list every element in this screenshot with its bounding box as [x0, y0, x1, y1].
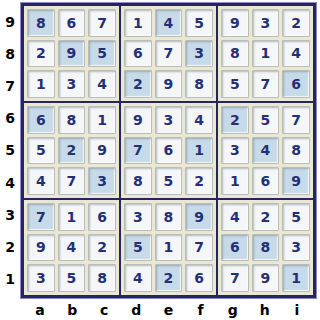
col-label-a: a: [24, 299, 56, 320]
box-6: 257348169: [218, 103, 313, 198]
cell-i2[interactable]: 3: [282, 234, 310, 262]
cell-e6[interactable]: 3: [155, 106, 183, 134]
cell-h2[interactable]: 8: [252, 234, 280, 262]
cell-g7[interactable]: 5: [221, 70, 249, 98]
cell-f1[interactable]: 6: [185, 264, 213, 292]
cell-b2[interactable]: 4: [58, 234, 86, 262]
cell-e2[interactable]: 1: [155, 234, 183, 262]
cell-h1[interactable]: 9: [252, 264, 280, 292]
col-label-b: b: [56, 299, 88, 320]
cell-i8[interactable]: 4: [282, 40, 310, 68]
cell-g3[interactable]: 4: [221, 203, 249, 231]
cell-g8[interactable]: 8: [221, 40, 249, 68]
cell-g1[interactable]: 7: [221, 264, 249, 292]
cell-a2[interactable]: 9: [27, 234, 55, 262]
box-3: 932814576: [218, 6, 313, 101]
cell-c4[interactable]: 3: [88, 167, 116, 195]
col-labels: abcdefghi: [24, 299, 313, 320]
box-9: 425683791: [218, 200, 313, 295]
cell-c7[interactable]: 4: [88, 70, 116, 98]
cell-h5[interactable]: 4: [252, 137, 280, 165]
cell-d9[interactable]: 1: [124, 9, 152, 37]
row-labels: 987654321: [0, 6, 20, 295]
cell-i4[interactable]: 9: [282, 167, 310, 195]
cell-d2[interactable]: 5: [124, 234, 152, 262]
cell-d8[interactable]: 6: [124, 40, 152, 68]
cell-b4[interactable]: 7: [58, 167, 86, 195]
cell-f9[interactable]: 5: [185, 9, 213, 37]
cell-b7[interactable]: 3: [58, 70, 86, 98]
col-label-e: e: [152, 299, 184, 320]
cell-i3[interactable]: 5: [282, 203, 310, 231]
row-label-4: 4: [0, 167, 20, 199]
cell-h7[interactable]: 7: [252, 70, 280, 98]
cell-h9[interactable]: 3: [252, 9, 280, 37]
col-label-c: c: [88, 299, 120, 320]
cell-d5[interactable]: 7: [124, 137, 152, 165]
cell-b3[interactable]: 1: [58, 203, 86, 231]
cell-h3[interactable]: 2: [252, 203, 280, 231]
cell-g6[interactable]: 2: [221, 106, 249, 134]
cell-b1[interactable]: 5: [58, 264, 86, 292]
cell-h6[interactable]: 5: [252, 106, 280, 134]
cell-c6[interactable]: 1: [88, 106, 116, 134]
cell-b8[interactable]: 9: [58, 40, 86, 68]
cell-e8[interactable]: 7: [155, 40, 183, 68]
cell-c9[interactable]: 7: [88, 9, 116, 37]
cell-i6[interactable]: 7: [282, 106, 310, 134]
cell-f8[interactable]: 3: [185, 40, 213, 68]
cell-e3[interactable]: 8: [155, 203, 183, 231]
cell-c5[interactable]: 9: [88, 137, 116, 165]
cell-g2[interactable]: 6: [221, 234, 249, 262]
box-8: 389517426: [121, 200, 216, 295]
cell-h8[interactable]: 1: [252, 40, 280, 68]
row-label-5: 5: [0, 134, 20, 166]
row-label-8: 8: [0, 38, 20, 70]
cell-c1[interactable]: 8: [88, 264, 116, 292]
col-label-i: i: [281, 299, 313, 320]
box-2: 145673298: [121, 6, 216, 101]
cell-d1[interactable]: 4: [124, 264, 152, 292]
cell-e5[interactable]: 6: [155, 137, 183, 165]
box-7: 716942358: [24, 200, 119, 295]
cell-i1[interactable]: 1: [282, 264, 310, 292]
col-label-g: g: [217, 299, 249, 320]
col-label-h: h: [249, 299, 281, 320]
cell-h4[interactable]: 6: [252, 167, 280, 195]
cell-a4[interactable]: 4: [27, 167, 55, 195]
cell-a3[interactable]: 7: [27, 203, 55, 231]
row-label-1: 1: [0, 263, 20, 295]
sudoku-puzzle: 987654321 867295134145673298932814576681…: [0, 0, 320, 320]
cell-g9[interactable]: 9: [221, 9, 249, 37]
cell-d3[interactable]: 3: [124, 203, 152, 231]
row-label-9: 9: [0, 6, 20, 38]
cell-b6[interactable]: 8: [58, 106, 86, 134]
cell-c8[interactable]: 5: [88, 40, 116, 68]
row-label-6: 6: [0, 102, 20, 134]
sudoku-board: 8672951341456732989328145766815294739347…: [21, 3, 316, 298]
cell-a1[interactable]: 3: [27, 264, 55, 292]
cell-d6[interactable]: 9: [124, 106, 152, 134]
cell-f3[interactable]: 9: [185, 203, 213, 231]
cell-a8[interactable]: 2: [27, 40, 55, 68]
cell-i5[interactable]: 8: [282, 137, 310, 165]
row-label-2: 2: [0, 231, 20, 263]
cell-e1[interactable]: 2: [155, 264, 183, 292]
cell-e4[interactable]: 5: [155, 167, 183, 195]
cell-b5[interactable]: 2: [58, 137, 86, 165]
row-label-3: 3: [0, 199, 20, 231]
cell-a9[interactable]: 8: [27, 9, 55, 37]
box-4: 681529473: [24, 103, 119, 198]
cell-g5[interactable]: 3: [221, 137, 249, 165]
cell-f6[interactable]: 4: [185, 106, 213, 134]
box-5: 934761852: [121, 103, 216, 198]
cell-e9[interactable]: 4: [155, 9, 183, 37]
col-label-f: f: [185, 299, 217, 320]
cell-b9[interactable]: 6: [58, 9, 86, 37]
cell-e7[interactable]: 9: [155, 70, 183, 98]
cell-a6[interactable]: 6: [27, 106, 55, 134]
col-label-d: d: [120, 299, 152, 320]
cell-a7[interactable]: 1: [27, 70, 55, 98]
cell-f7[interactable]: 8: [185, 70, 213, 98]
cell-a5[interactable]: 5: [27, 137, 55, 165]
cell-c3[interactable]: 6: [88, 203, 116, 231]
cell-d4[interactable]: 8: [124, 167, 152, 195]
row-label-7: 7: [0, 70, 20, 102]
cell-i9[interactable]: 2: [282, 9, 310, 37]
cell-d7[interactable]: 2: [124, 70, 152, 98]
cell-f4[interactable]: 2: [185, 167, 213, 195]
cell-c2[interactable]: 2: [88, 234, 116, 262]
cell-f5[interactable]: 1: [185, 137, 213, 165]
cell-g4[interactable]: 1: [221, 167, 249, 195]
cell-f2[interactable]: 7: [185, 234, 213, 262]
box-1: 867295134: [24, 6, 119, 101]
cell-i7[interactable]: 6: [282, 70, 310, 98]
